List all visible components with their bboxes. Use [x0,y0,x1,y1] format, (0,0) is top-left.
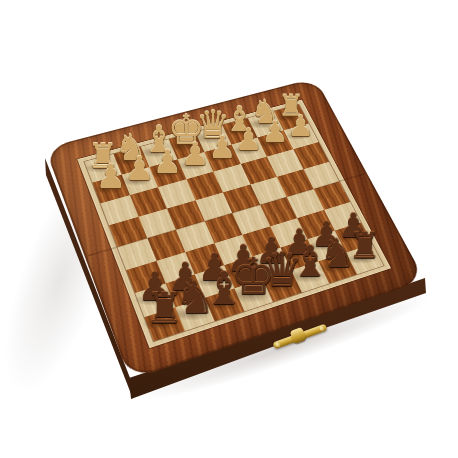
piece-black-rook[interactable]: ♜ [346,228,382,264]
piece-white-pawn[interactable]: ♟ [286,112,315,141]
piece-white-pawn[interactable]: ♟ [260,118,289,147]
chess-set-photo: ♜♞♝♚♛♝♞♜♟♟♟♟♟♟♟♟♟♟♟♟♟♟♟♟♜♞♝♚♛♝♞♜ [0,0,458,458]
piece-layer: ♜♞♝♚♛♝♞♜♟♟♟♟♟♟♟♟♟♟♟♟♟♟♟♟♜♞♝♚♛♝♞♜ [0,0,458,458]
